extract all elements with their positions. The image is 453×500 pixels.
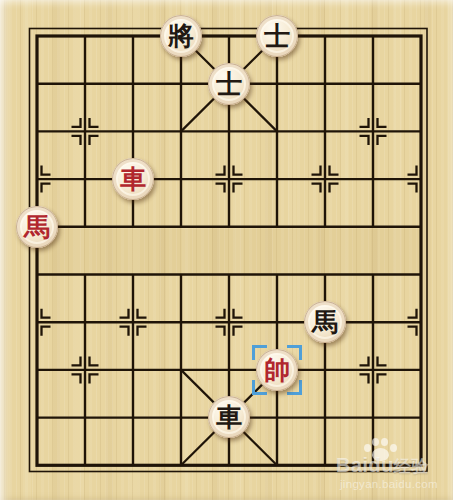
xiangqi-board-grid[interactable]: 將士士車馬馬帥車 (13, 12, 445, 489)
piece-black-general[interactable]: 將 (160, 15, 202, 57)
piece-red-chariot[interactable]: 車 (112, 158, 154, 200)
piece-black-horse[interactable]: 馬 (304, 301, 346, 343)
piece-red-horse[interactable]: 馬 (16, 206, 58, 248)
piece-black-advisor[interactable]: 士 (208, 63, 250, 105)
piece-red-general[interactable]: 帥 (256, 349, 298, 391)
xiangqi-app: 將士士車馬馬帥車 Baidu经验 jingyan.baidu.com (0, 0, 453, 500)
piece-black-advisor[interactable]: 士 (256, 15, 298, 57)
piece-black-chariot[interactable]: 車 (208, 396, 250, 438)
